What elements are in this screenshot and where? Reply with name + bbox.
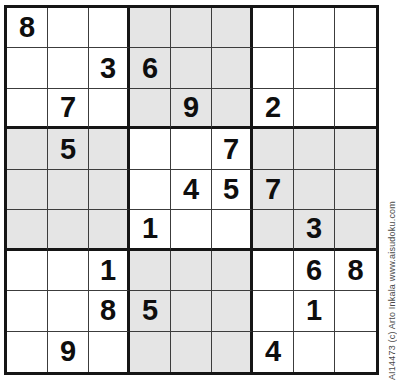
cell-r9c4-empty[interactable] [130, 332, 171, 372]
cell-r5c2-empty[interactable] [48, 170, 89, 210]
cell-r8c3-given: 8 [89, 291, 130, 331]
cell-r6c4-given: 1 [130, 210, 171, 250]
cell-r8c8-given: 1 [294, 291, 335, 331]
cell-r9c6-empty[interactable] [212, 332, 253, 372]
cell-r2c6-empty[interactable] [212, 48, 253, 88]
cell-r3c7-given: 2 [253, 89, 294, 129]
cell-r2c5-empty[interactable] [171, 48, 212, 88]
cell-r7c4-empty[interactable] [130, 251, 171, 291]
cell-r5c6-given: 5 [212, 170, 253, 210]
cell-r3c4-empty[interactable] [130, 89, 171, 129]
cell-r5c1-empty[interactable] [7, 170, 48, 210]
cell-r7c7-empty[interactable] [253, 251, 294, 291]
cell-r7c1-empty[interactable] [7, 251, 48, 291]
cell-r9c2-given: 9 [48, 332, 89, 372]
cell-r3c3-empty[interactable] [89, 89, 130, 129]
cell-r5c9-empty[interactable] [335, 170, 376, 210]
cell-r3c8-empty[interactable] [294, 89, 335, 129]
cell-r4c8-empty[interactable] [294, 129, 335, 169]
cell-r4c3-empty[interactable] [89, 129, 130, 169]
cell-r3c9-empty[interactable] [335, 89, 376, 129]
cell-r5c3-empty[interactable] [89, 170, 130, 210]
cell-r6c9-empty[interactable] [335, 210, 376, 250]
cell-r3c2-given: 7 [48, 89, 89, 129]
cell-r1c6-empty[interactable] [212, 8, 253, 48]
sudoku-board: 836792574571316885194 [4, 5, 379, 375]
cell-r4c2-given: 5 [48, 129, 89, 169]
cell-r4c1-empty[interactable] [7, 129, 48, 169]
cell-r2c8-empty[interactable] [294, 48, 335, 88]
cell-r3c1-empty[interactable] [7, 89, 48, 129]
cell-r4c9-empty[interactable] [335, 129, 376, 169]
cell-r1c1-given: 8 [7, 8, 48, 48]
cell-r6c5-empty[interactable] [171, 210, 212, 250]
cell-r8c1-empty[interactable] [7, 291, 48, 331]
cell-r6c6-empty[interactable] [212, 210, 253, 250]
cell-r4c7-empty[interactable] [253, 129, 294, 169]
cell-r5c7-given: 7 [253, 170, 294, 210]
cell-r8c9-empty[interactable] [335, 291, 376, 331]
cell-r7c3-given: 1 [89, 251, 130, 291]
cell-r6c7-empty[interactable] [253, 210, 294, 250]
cell-r6c1-empty[interactable] [7, 210, 48, 250]
cell-r4c4-empty[interactable] [130, 129, 171, 169]
cell-r7c9-given: 8 [335, 251, 376, 291]
cell-r1c9-empty[interactable] [335, 8, 376, 48]
sudoku-page: 836792574571316885194 AI14473 (c) Arto I… [0, 0, 400, 386]
cell-r9c5-empty[interactable] [171, 332, 212, 372]
cell-r2c4-given: 6 [130, 48, 171, 88]
cell-r6c3-empty[interactable] [89, 210, 130, 250]
cell-r1c8-empty[interactable] [294, 8, 335, 48]
cell-r8c4-given: 5 [130, 291, 171, 331]
cell-r7c5-empty[interactable] [171, 251, 212, 291]
cell-r2c2-empty[interactable] [48, 48, 89, 88]
cell-r2c9-empty[interactable] [335, 48, 376, 88]
cell-r6c2-empty[interactable] [48, 210, 89, 250]
cell-r7c8-given: 6 [294, 251, 335, 291]
cell-r1c4-empty[interactable] [130, 8, 171, 48]
cell-r2c7-empty[interactable] [253, 48, 294, 88]
cell-r3c6-empty[interactable] [212, 89, 253, 129]
cell-r6c8-given: 3 [294, 210, 335, 250]
credit-text: AI14473 (c) Arto Inkala www.aisudoku.com [387, 201, 397, 380]
cell-r2c3-given: 3 [89, 48, 130, 88]
cell-r4c5-empty[interactable] [171, 129, 212, 169]
cell-r2c1-empty[interactable] [7, 48, 48, 88]
cell-r9c8-empty[interactable] [294, 332, 335, 372]
cell-r5c4-empty[interactable] [130, 170, 171, 210]
cell-r1c2-empty[interactable] [48, 8, 89, 48]
cell-r8c2-empty[interactable] [48, 291, 89, 331]
cell-r9c9-empty[interactable] [335, 332, 376, 372]
cell-r9c7-given: 4 [253, 332, 294, 372]
cell-r1c7-empty[interactable] [253, 8, 294, 48]
cell-r1c3-empty[interactable] [89, 8, 130, 48]
cell-r8c7-empty[interactable] [253, 291, 294, 331]
cell-r7c2-empty[interactable] [48, 251, 89, 291]
cell-r9c1-empty[interactable] [7, 332, 48, 372]
cell-r4c6-given: 7 [212, 129, 253, 169]
cell-r8c5-empty[interactable] [171, 291, 212, 331]
cell-r3c5-given: 9 [171, 89, 212, 129]
cell-r9c3-empty[interactable] [89, 332, 130, 372]
cell-r1c5-empty[interactable] [171, 8, 212, 48]
cell-r7c6-empty[interactable] [212, 251, 253, 291]
cell-r8c6-empty[interactable] [212, 291, 253, 331]
cell-r5c8-empty[interactable] [294, 170, 335, 210]
cell-r5c5-given: 4 [171, 170, 212, 210]
